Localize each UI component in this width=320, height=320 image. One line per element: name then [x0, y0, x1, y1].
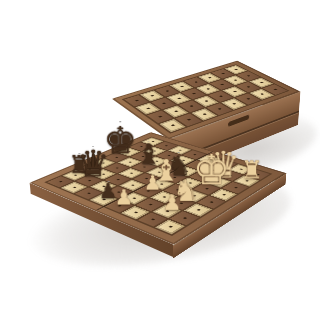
finger-notch — [228, 114, 249, 127]
board-squares-grid: ♜♟♚♛♝♟♟♟♝♞♟♞♚♛♜ — [44, 137, 272, 236]
box-square — [179, 100, 204, 112]
tactile-pin — [92, 140, 94, 147]
box-square — [159, 119, 185, 132]
chess-board: ♜♟♚♛♝♟♟♟♝♞♟♞♚♛♜ — [30, 132, 286, 244]
box-square — [124, 95, 148, 106]
box-square — [207, 103, 232, 115]
tactile-pin — [93, 146, 95, 153]
box-square — [147, 111, 173, 123]
box-square — [135, 103, 160, 115]
box-square — [236, 93, 261, 104]
product-photo-chess-set: ♜♟♚♛♝♟♟♟♝♞♟♞♚♛♜ — [0, 0, 320, 320]
folded-board-box — [112, 61, 300, 140]
box-square — [221, 98, 246, 110]
box-square — [194, 96, 219, 107]
tactile-pin — [78, 147, 80, 154]
box-square — [151, 98, 176, 109]
box-square — [191, 108, 217, 120]
square-a8 — [47, 176, 73, 187]
box-square — [176, 114, 202, 127]
box-square — [163, 105, 188, 117]
tactile-pin — [120, 116, 122, 123]
